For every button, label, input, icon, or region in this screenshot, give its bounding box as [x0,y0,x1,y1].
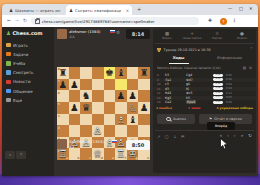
sidebar-item-1[interactable]: Играть [6,41,28,49]
rank-label: 6 [58,91,60,95]
top-player-captured-pieces: ♙♙ [69,35,74,39]
white-queen-d1[interactable]: ♕ [92,148,104,160]
flip-board-button[interactable]: ↻ [248,133,252,138]
sidebar-item-icon [6,80,11,85]
square-a6[interactable]: 6 [57,90,69,102]
menu-kebab-icon[interactable]: ⋮ [232,18,237,23]
square-e6[interactable] [104,90,116,102]
square-d5[interactable] [92,102,104,114]
file-label: e [112,156,114,160]
black-pawn-h5[interactable]: ♟ [138,102,150,114]
reload-icon[interactable]: ↻ [23,18,27,23]
sidebar-item-icon [6,89,11,94]
padlock-icon [35,19,40,24]
white-move-time: 0:11 [213,101,223,104]
black-knight-c6[interactable]: ♞ [80,90,92,102]
square-g1[interactable]: g♔ [127,148,139,160]
sidebar-item-7[interactable]: Ещё [6,96,22,104]
black-move-time: 0:08 [226,83,232,86]
collapse-sidebar-button[interactable]: « [5,151,15,159]
share-icons-row: ↗▢↓✉ [157,134,184,139]
chesscom-logo[interactable]: ♟ Chess.com [6,30,43,36]
square-g5[interactable]: ♘ [127,102,139,114]
forward-tooltip: Вперёд [207,122,235,130]
rank-label: 5 [58,102,60,106]
sidebar-item-icon [6,43,11,48]
square-f4[interactable]: ♗ [115,114,127,126]
tournament-row[interactable]: Турнир 29.10.2021 в 18:30 › [157,45,252,54]
game-review-summary: 4 ошибки1 зевок4 упущенные победы [156,106,253,110]
black-move-time: 0:12 [226,92,232,95]
square-f8[interactable]: ♝ [115,67,127,79]
square-h1[interactable]: h [138,148,150,160]
square-b1[interactable]: b [69,148,81,160]
square-e1[interactable]: e [104,148,116,160]
black-pawn-f6[interactable]: ♟ [115,90,127,102]
divider [155,130,254,131]
sidebar-item-icon [6,70,11,75]
square-e5[interactable] [104,102,116,114]
sidebar-item-label: Ещё [13,98,22,103]
sidebar-item-6[interactable]: Общение [6,87,33,95]
white-move-time: 0:02 [213,74,223,77]
black-move[interactable]: Крe8 [186,100,207,104]
black-move-time: 0:05 [226,74,232,77]
tab-close-icon[interactable]: × [126,8,129,13]
analysis-board-icon[interactable]: ▢ [165,134,169,139]
sidebar-item-label: Новости [13,79,30,84]
white-move[interactable]: Сe2 [165,100,186,104]
square-e4[interactable] [104,114,116,126]
black-queen-c5[interactable]: ♛ [80,102,92,114]
download-icon[interactable]: ↓ [173,134,176,139]
square-f6[interactable]: ♟ [115,90,127,102]
panel-tab-label: Партии [205,37,229,40]
share-icon[interactable]: ↗ [157,134,160,139]
square-b5[interactable]: ♟ [69,102,81,114]
square-b7[interactable]: ♟ [69,79,81,91]
black-pawn-b5[interactable]: ♟ [69,102,81,114]
square-g8[interactable] [127,67,139,79]
square-e7[interactable] [104,79,116,91]
panel-tab-label: Игроки [230,37,254,40]
square-h8[interactable]: ♜ [138,67,150,79]
black-rook-h8[interactable]: ♜ [138,67,150,79]
square-a4[interactable]: 4 [57,114,69,126]
bottom-player-flag [112,140,117,143]
square-d1[interactable]: d♕ [92,148,104,160]
square-a7[interactable]: 7♟ [57,79,69,91]
opening-name[interactable]: Petrov's Defense: Classical Variation (C… [157,66,252,70]
panel-tab-1[interactable]: ▦Играть [155,31,179,40]
sidebar-item-icon [6,98,11,103]
tab-title: Шахматы — играть он-лайн [15,8,61,13]
analysis-button-label: Анализ [173,117,186,121]
square-c8[interactable] [80,67,92,79]
opening-settings-icon[interactable]: ⚙ [249,66,252,70]
square-c7[interactable] [80,79,92,91]
sidebar-item-label: Задачи [13,52,28,57]
move-row-14: 14.Сe2Крe80:110:09 [153,100,256,105]
square-f3[interactable] [115,125,127,137]
rank-label: 3 [58,126,60,130]
logo-pawn-icon: ♟ [6,30,11,36]
minimize-button[interactable]: — [228,6,232,11]
tab-title: Сыграть: квалификационная п... [75,8,121,13]
magnifier-icon [166,117,171,122]
black-move-time: 0:05 [226,96,232,99]
white-rook-a1[interactable]: ♖ [57,148,69,160]
report-flag-icon: ⚑ [209,117,212,121]
black-rook-a8[interactable]: ♜ [57,67,69,79]
square-h4[interactable] [138,114,150,126]
square-a5[interactable]: 5 [57,102,69,114]
bottom-player-clock: 8:50 [126,140,150,150]
maximize-button[interactable]: □ [239,6,243,11]
sidebar-item-icon [6,52,11,57]
top-player-avatar[interactable] [57,29,67,39]
panel-tab-4[interactable]: ●Игроки [230,31,254,40]
square-h3[interactable] [138,125,150,137]
address-bar[interactable]: chess.com/game/live/29173869768?username… [31,17,199,25]
summary-stat-2: 1 зевок [188,106,200,110]
rank-label: 4 [58,114,60,118]
chesscom-page: ♟ Chess.com ИгратьЗадачиУчёбаСмотретьНов… [2,27,258,176]
square-g3[interactable] [127,125,139,137]
white-move-time: 0:07 [213,96,223,99]
sidebar-item-label: Смотреть [13,70,33,75]
summary-stat-3: 4 упущенные победы [217,106,253,110]
square-b3[interactable] [69,125,81,137]
white-move-time: 0:04 [213,78,223,81]
summary-stat-1: 4 ошибки [156,106,172,110]
top-player-clock: 8:14 [126,29,150,39]
sidebar-item-label: Учёба [13,61,25,66]
file-label: c [89,156,91,160]
black-bishop-f8[interactable]: ♝ [115,67,127,79]
square-f1[interactable]: f♖ [115,148,127,160]
chevron-right-icon: › [250,45,252,50]
last-move-button[interactable]: » [241,133,244,138]
extensions-icon[interactable]: ✚ [208,18,212,23]
panel-tab-label: Новая партия [180,37,204,40]
move-number: 14. [153,100,165,104]
panel-tab-label: Играть [155,37,179,40]
board-settings-gear-icon[interactable]: ⚙ [116,30,120,35]
back-icon[interactable]: ← [7,18,11,23]
sidebar-item-label: Общение [13,89,33,94]
bottom-player-name[interactable]: SpellMaker (1353) [69,139,104,144]
help-button[interactable]: ? [16,151,26,159]
square-a3[interactable]: 3 [57,125,69,137]
square-h6[interactable] [138,90,150,102]
file-label: h [147,156,149,160]
square-d6[interactable] [92,90,104,102]
square-e8[interactable]: ♚ [104,67,116,79]
close-button[interactable]: ✕ [249,6,253,11]
square-g6[interactable]: ♟ [127,90,139,102]
sidebar-item-icon [6,61,11,66]
url-text: chess.com/game/live/29173869768?username… [42,19,155,24]
square-a8[interactable]: 8♜ [57,67,69,79]
forward-icon[interactable]: → [15,18,19,23]
sidebar-item-3[interactable]: Учёба [6,59,25,67]
bottom-player-captured-pieces: ♟♟ [69,145,74,149]
tournament-label: Турнир 29.10.2021 в 18:30 [164,48,211,52]
white-pawn-f2[interactable]: ♙ [115,137,127,149]
black-move-time: 0:06 [226,78,232,81]
desktop: ♟ Шахматы — играть он-лайн ♟ Сыграть: кв… [0,0,260,185]
white-king-g1[interactable]: ♔ [127,148,139,160]
square-d4[interactable] [92,114,104,126]
white-move-time: 0:03 [213,83,223,86]
square-b6[interactable] [69,90,81,102]
white-move-time: 0:09 [213,92,223,95]
square-h5[interactable]: ♟ [138,102,150,114]
square-b8[interactable] [69,67,81,79]
tab-moves[interactable]: Ходы [153,56,204,60]
square-f5[interactable] [115,102,127,114]
square-d3[interactable]: ♙ [92,125,104,137]
trophy-icon [157,48,161,51]
square-f2[interactable]: ♙ [115,137,127,149]
chesscom-favicon: ♟ [9,8,13,13]
top-player-name[interactable]: aleksmor (1384) [69,29,100,34]
report-button-label: Отчёт о партии [214,117,242,121]
logo-text: Chess.com [12,30,42,36]
new-tab-button[interactable]: + [137,6,141,12]
square-f7[interactable] [115,79,127,91]
bottom-player-avatar[interactable] [57,139,67,149]
tab-information[interactable]: Информация [204,56,255,60]
panel-tab-3[interactable]: ≡Партии [205,31,229,40]
black-bishop-g4[interactable]: ♝ [127,114,139,126]
square-a1[interactable]: 1a♖ [57,148,69,160]
black-pawn-g6[interactable]: ♟ [127,90,139,102]
square-c3[interactable] [80,125,92,137]
black-move-time: 0:04 [226,87,232,90]
square-c6[interactable]: ♞ [80,90,92,102]
sidebar-item-4[interactable]: Смотреть [6,69,33,77]
next-move-button[interactable]: › [234,133,236,138]
sidebar: ♟ Chess.com ИгратьЗадачиУчёбаСмотретьНов… [2,27,54,176]
mouse-cursor [220,138,229,150]
sidebar-item-5[interactable]: Новости [6,78,30,86]
square-e3[interactable] [104,125,116,137]
square-g4[interactable]: ♝ [127,114,139,126]
black-pawn-b7[interactable]: ♟ [69,79,81,91]
square-c4[interactable] [80,114,92,126]
square-b4[interactable] [69,114,81,126]
black-move-time: 0:09 [226,101,232,104]
file-label: b [77,156,79,160]
active-tab-underline [169,63,189,64]
divider [155,43,254,44]
white-knight-g5[interactable]: ♘ [127,102,139,114]
top-player-flag [110,30,115,33]
white-rook-f1[interactable]: ♖ [115,148,127,160]
browser-window: ♟ Шахматы — играть он-лайн ♟ Сыграть: кв… [2,4,258,176]
black-king-e8[interactable]: ♚ [104,67,116,79]
white-move-time: 0:06 [213,87,223,90]
square-h7[interactable] [138,79,150,91]
square-d7[interactable] [92,79,104,91]
browser-tab-1[interactable]: ♟ Шахматы — играть он-лайн [6,5,64,15]
panel-tab-2[interactable]: +Новая партия [180,31,204,40]
sidebar-item-2[interactable]: Задачи [6,50,28,58]
square-c5[interactable]: ♛ [80,102,92,114]
white-pawn-d3[interactable]: ♙ [92,125,104,137]
move-list: 8.h3Сg40:020:059.Ле1Фd70:040:0610.c3g60:… [153,73,256,105]
analysis-button[interactable]: Анализ [157,114,195,124]
square-c1[interactable]: c [80,148,92,160]
square-g7[interactable] [127,79,139,91]
chrome-update-badge[interactable]: ↑ [220,18,227,25]
sidebar-item-label: Играть [13,43,28,48]
chesscom-favicon: ♟ [69,8,73,13]
white-bishop-f4[interactable]: ♗ [115,114,127,126]
game-panel: ▦Играть+Новая партия≡Партии●Игроки Турни… [153,29,256,173]
opening-book-icon[interactable]: ▤ [243,66,246,70]
browser-tab-2-active[interactable]: ♟ Сыграть: квалификационная п... × [66,5,132,15]
square-d8[interactable] [92,67,104,79]
message-icon[interactable]: ✉ [181,134,184,139]
black-pawn-a7[interactable]: ♟ [57,79,69,91]
